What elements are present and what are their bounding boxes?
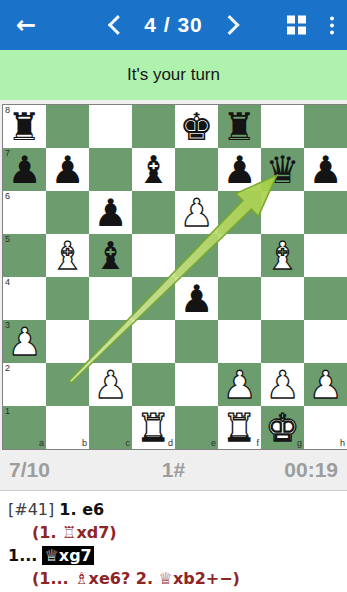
back-arrow-icon[interactable]: ← — [16, 11, 36, 39]
file-label: b — [82, 439, 87, 448]
prev-puzzle-icon[interactable] — [107, 15, 127, 35]
square-e7[interactable] — [175, 148, 218, 191]
square-h2[interactable]: ♟ — [304, 363, 347, 406]
file-label: c — [126, 439, 131, 448]
square-f1[interactable]: f♜ — [218, 406, 261, 449]
square-d8[interactable] — [132, 105, 175, 148]
move-variation-2[interactable]: (1... ♗xe6? 2. ♕xb2+−) — [8, 567, 339, 590]
black-king-piece[interactable]: ♚ — [175, 105, 218, 148]
turn-banner: It's your turn — [0, 50, 347, 100]
square-a3[interactable]: 3♟ — [3, 320, 46, 363]
square-c5[interactable]: ♝ — [89, 234, 132, 277]
white-pawn-piece[interactable]: ♟ — [175, 191, 218, 234]
square-b8[interactable] — [46, 105, 89, 148]
square-d7[interactable]: ♝ — [132, 148, 175, 191]
black-bishop-piece[interactable]: ♝ — [89, 234, 132, 277]
square-f3[interactable] — [218, 320, 261, 363]
square-b2[interactable] — [46, 363, 89, 406]
white-bishop-piece[interactable]: ♝ — [261, 234, 304, 277]
timer-label: 00:19 — [228, 458, 338, 482]
square-c1[interactable]: c — [89, 406, 132, 449]
square-d1[interactable]: d♜ — [132, 406, 175, 449]
top-bar-actions — [287, 16, 334, 35]
move-1-black-highlighted[interactable]: ♕xg7 — [42, 546, 93, 565]
square-c3[interactable] — [89, 320, 132, 363]
square-h3[interactable] — [304, 320, 347, 363]
square-a1[interactable]: 1a — [3, 406, 46, 449]
move-line-main-2[interactable]: 1... ♕xg7 — [8, 544, 339, 567]
black-pawn-piece[interactable]: ♟ — [89, 191, 132, 234]
square-a5[interactable]: 5 — [3, 234, 46, 277]
file-label: e — [211, 439, 216, 448]
square-g2[interactable]: ♟ — [261, 363, 304, 406]
square-e3[interactable] — [175, 320, 218, 363]
square-c8[interactable] — [89, 105, 132, 148]
black-pawn-piece[interactable]: ♟ — [304, 148, 347, 191]
puzzle-counter: 4 / 30 — [144, 13, 203, 37]
square-g3[interactable] — [261, 320, 304, 363]
rank-label: 4 — [5, 278, 10, 287]
board-grid: 8♜♚♜7♟♟♝♟♛♟6♟♟5♝♝♝4♟3♟2♟♟♟♟1abcd♜ef♜g♚h — [3, 105, 347, 449]
square-a8[interactable]: 8♜ — [3, 105, 46, 148]
square-h6[interactable] — [304, 191, 347, 234]
square-b3[interactable] — [46, 320, 89, 363]
square-b6[interactable] — [46, 191, 89, 234]
square-d2[interactable] — [132, 363, 175, 406]
square-c2[interactable]: ♟ — [89, 363, 132, 406]
square-g1[interactable]: g♚ — [261, 406, 304, 449]
square-g6[interactable] — [261, 191, 304, 234]
move-1-black-prefix: 1... — [8, 546, 37, 565]
puzzle-navigator: 4 / 30 — [110, 13, 237, 37]
square-c7[interactable] — [89, 148, 132, 191]
square-b7[interactable]: ♟ — [46, 148, 89, 191]
square-d3[interactable] — [132, 320, 175, 363]
black-pawn-piece[interactable]: ♟ — [46, 148, 89, 191]
move-line-main-1[interactable]: [#41] 1. e6 — [8, 498, 339, 521]
overflow-menu-icon[interactable] — [330, 16, 334, 34]
white-rook-piece[interactable]: ♜ — [132, 406, 175, 449]
rank-label: 2 — [5, 364, 10, 373]
square-f4[interactable] — [218, 277, 261, 320]
black-rook-piece[interactable]: ♜ — [218, 105, 261, 148]
puzzle-tag: [#41] — [8, 500, 54, 519]
square-h7[interactable]: ♟ — [304, 148, 347, 191]
task-label: 1# — [119, 458, 229, 482]
white-pawn-piece[interactable]: ♟ — [218, 363, 261, 406]
square-h4[interactable] — [304, 277, 347, 320]
square-f2[interactable]: ♟ — [218, 363, 261, 406]
square-e8[interactable]: ♚ — [175, 105, 218, 148]
status-bar: 7/10 1# 00:19 — [0, 450, 347, 490]
square-h5[interactable] — [304, 234, 347, 277]
white-pawn-piece[interactable]: ♟ — [261, 363, 304, 406]
square-e4[interactable]: ♟ — [175, 277, 218, 320]
square-e5[interactable] — [175, 234, 218, 277]
white-pawn-piece[interactable]: ♟ — [304, 363, 347, 406]
file-label: h — [340, 439, 345, 448]
square-b5[interactable]: ♝ — [46, 234, 89, 277]
square-d4[interactable] — [132, 277, 175, 320]
black-pawn-piece[interactable]: ♟ — [3, 148, 46, 191]
square-h1[interactable]: h — [304, 406, 347, 449]
move-list: [#41] 1. e6 (1. ♖xd7) 1... ♕xg7 (1... ♗x… — [0, 491, 347, 592]
square-d6[interactable] — [132, 191, 175, 234]
square-e1[interactable]: e — [175, 406, 218, 449]
rank-label: 1 — [5, 407, 10, 416]
square-g8[interactable] — [261, 105, 304, 148]
next-puzzle-icon[interactable] — [220, 15, 240, 35]
square-g7[interactable]: ♛ — [261, 148, 304, 191]
rank-label: 6 — [5, 192, 10, 201]
puzzle-list-grid-icon[interactable] — [287, 16, 306, 35]
chess-board[interactable]: 8♜♚♜7♟♟♝♟♛♟6♟♟5♝♝♝4♟3♟2♟♟♟♟1abcd♜ef♜g♚h — [2, 104, 347, 450]
black-pawn-piece[interactable]: ♟ — [175, 277, 218, 320]
square-f6[interactable] — [218, 191, 261, 234]
white-rook-piece[interactable]: ♜ — [218, 406, 261, 449]
move-variation-1[interactable]: (1. ♖xd7) — [8, 521, 339, 544]
square-a6[interactable]: 6 — [3, 191, 46, 234]
white-king-piece[interactable]: ♚ — [261, 406, 304, 449]
square-d5[interactable] — [132, 234, 175, 277]
square-e2[interactable] — [175, 363, 218, 406]
black-bishop-piece[interactable]: ♝ — [132, 148, 175, 191]
move-1-white[interactable]: 1. e6 — [59, 500, 104, 519]
chess-puzzle-app-screen: ← 4 / 30 It's your turn 8♜♚♜7♟♟♝♟♛♟6♟♟5♝… — [0, 0, 347, 592]
square-b4[interactable] — [46, 277, 89, 320]
square-e6[interactable]: ♟ — [175, 191, 218, 234]
square-g4[interactable] — [261, 277, 304, 320]
square-f7[interactable]: ♟ — [218, 148, 261, 191]
white-pawn-piece[interactable]: ♟ — [3, 320, 46, 363]
square-b1[interactable]: b — [46, 406, 89, 449]
square-f8[interactable]: ♜ — [218, 105, 261, 148]
rank-label: 5 — [5, 235, 10, 244]
turn-banner-text: It's your turn — [127, 65, 220, 85]
square-c4[interactable] — [89, 277, 132, 320]
black-queen-piece[interactable]: ♛ — [261, 148, 304, 191]
black-rook-piece[interactable]: ♜ — [3, 105, 46, 148]
white-pawn-piece[interactable]: ♟ — [89, 363, 132, 406]
top-app-bar: ← 4 / 30 — [0, 0, 347, 50]
square-g5[interactable]: ♝ — [261, 234, 304, 277]
square-a7[interactable]: 7♟ — [3, 148, 46, 191]
square-c6[interactable]: ♟ — [89, 191, 132, 234]
square-f5[interactable] — [218, 234, 261, 277]
black-pawn-piece[interactable]: ♟ — [218, 148, 261, 191]
progress-label: 7/10 — [9, 458, 119, 482]
square-h8[interactable] — [304, 105, 347, 148]
white-bishop-piece[interactable]: ♝ — [46, 234, 89, 277]
square-a2[interactable]: 2 — [3, 363, 46, 406]
square-a4[interactable]: 4 — [3, 277, 46, 320]
file-label: a — [39, 439, 44, 448]
